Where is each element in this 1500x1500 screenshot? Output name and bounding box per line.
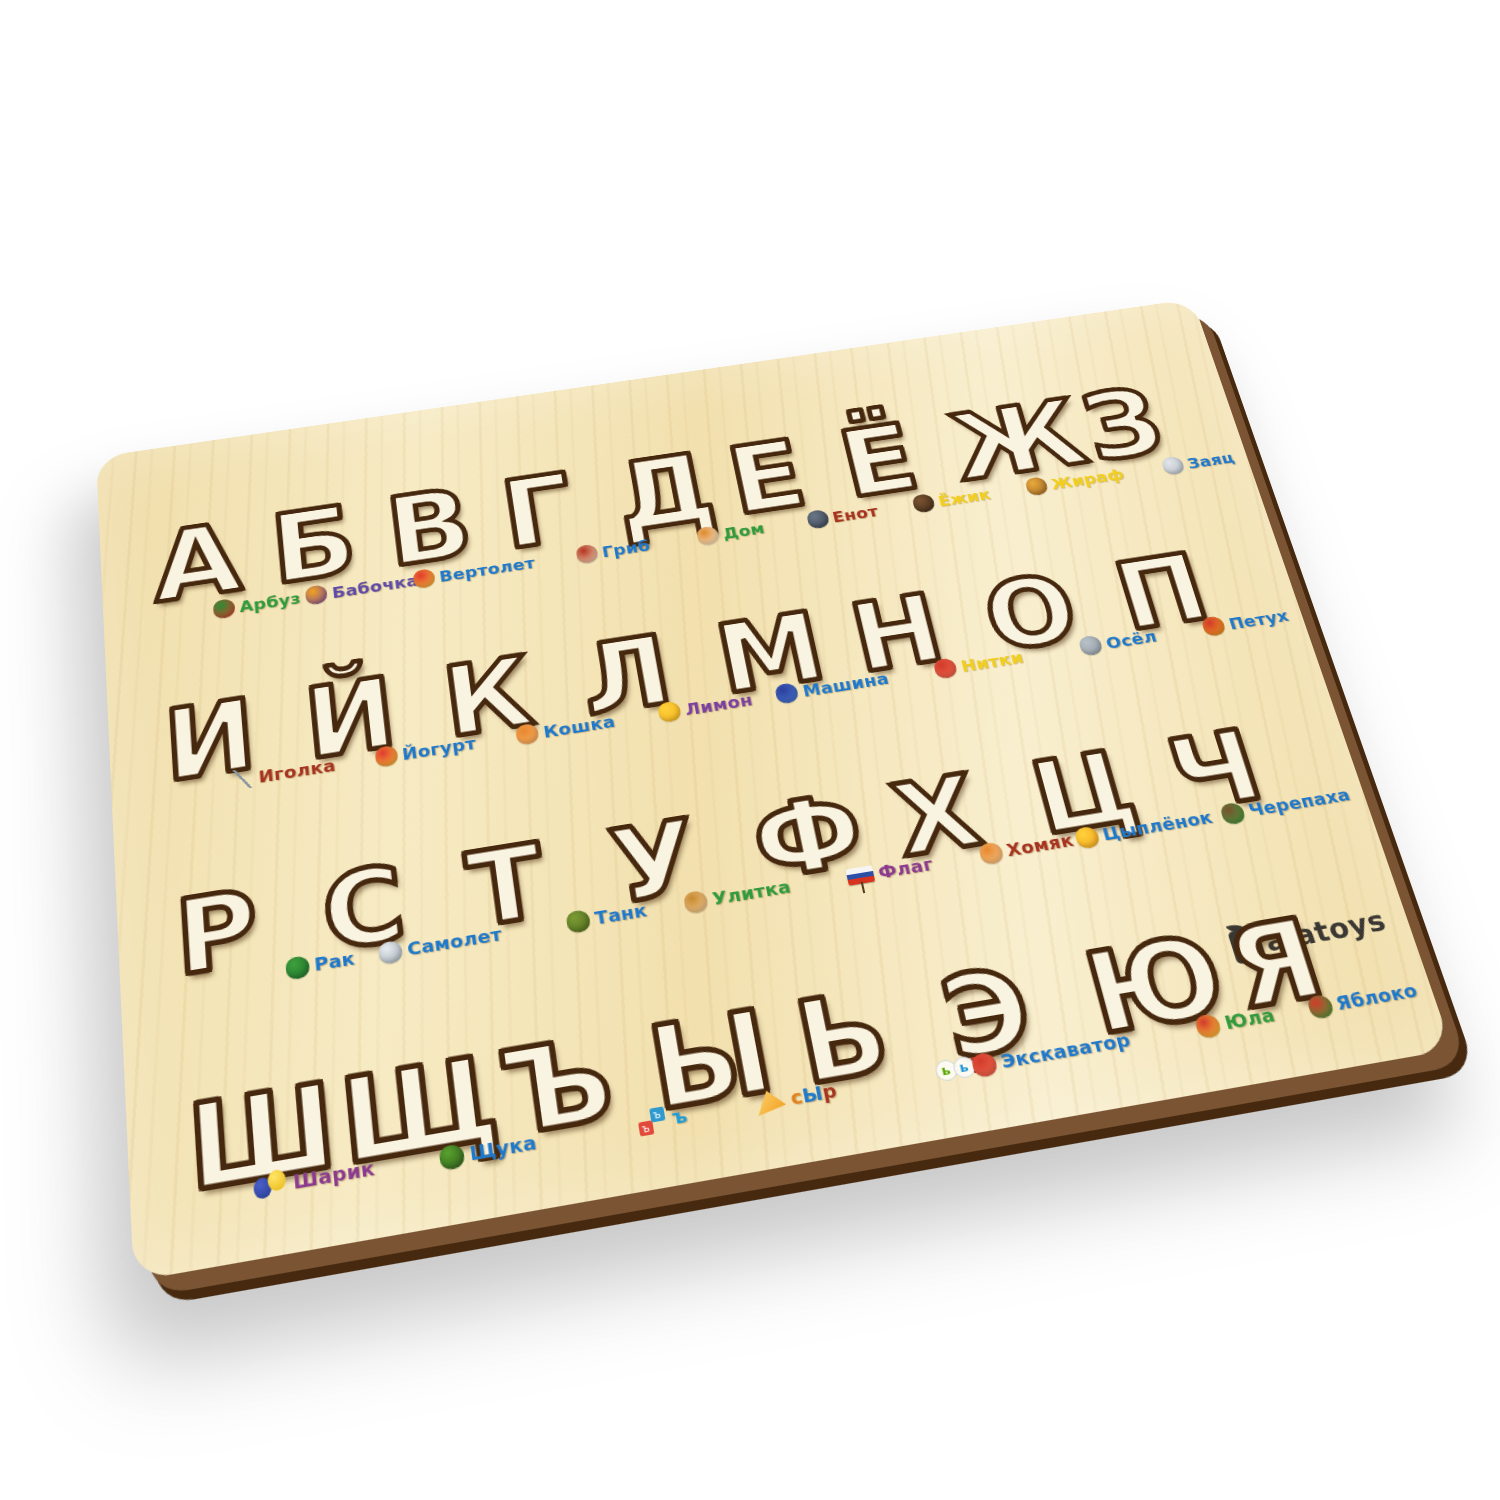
- hare-icon: [1160, 456, 1185, 476]
- hamster-icon: [977, 841, 1004, 865]
- label-Х: Хомяк: [977, 829, 1076, 865]
- word-Н: Нитки: [959, 648, 1026, 676]
- label-Н: Нитки: [933, 647, 1026, 680]
- car-icon: [775, 682, 800, 704]
- balloons-icon: [252, 1168, 289, 1203]
- crayfish-icon: [285, 955, 310, 981]
- helicopter-icon: [412, 568, 435, 589]
- label-З: Заяц: [1160, 448, 1236, 476]
- word-Е: Енот: [831, 502, 880, 525]
- letter-slot-Т[interactable]: ТТанк: [450, 758, 616, 942]
- donkey-icon: [1078, 635, 1104, 657]
- airplane-icon: [378, 939, 403, 964]
- letter-slot-В[interactable]: ВВертолет: [373, 427, 506, 580]
- raccoon-icon: [805, 509, 830, 530]
- butterfly-icon: [305, 584, 328, 605]
- label-Р: Рак: [285, 947, 356, 980]
- letter-cutout-Р[interactable]: Р: [173, 880, 261, 988]
- watermelon-icon: [213, 598, 236, 620]
- label-Г: Гриб: [575, 536, 652, 565]
- letter-cutout-Ь[interactable]: Ь: [789, 980, 897, 1096]
- word-Й: Йогурт: [401, 733, 477, 763]
- word-П: Петух: [1226, 606, 1291, 633]
- letter-slot-С[interactable]: ССамолет: [308, 780, 471, 966]
- word-Ё: Ёжик: [936, 485, 992, 509]
- word-А: Арбуз: [239, 589, 302, 616]
- letter-slot-А[interactable]: ААрбуз: [145, 460, 272, 615]
- mushroom-icon: [575, 544, 599, 565]
- excavator-icon: [970, 1052, 999, 1079]
- letter-slot-К[interactable]: ККошка: [427, 582, 585, 750]
- letter-cutout-Е[interactable]: Е: [721, 431, 812, 525]
- house-icon: [696, 525, 720, 546]
- letter-cutout-П[interactable]: П: [1107, 545, 1217, 640]
- word-Я: Яблоко: [1333, 980, 1420, 1015]
- word-Ф: Флаг: [876, 853, 935, 882]
- letter-cutout-Ъ[interactable]: Ъ: [495, 1026, 619, 1149]
- word-И: Иголка: [258, 755, 337, 786]
- board-face: A alatoys ААрбузББабочкаВВертолетГГрибДД…: [96, 299, 1452, 1281]
- letter-cutout-О[interactable]: О: [976, 565, 1086, 661]
- letter-slot-Й[interactable]: ЙЙогурт: [292, 602, 447, 772]
- word-Х: Хомяк: [1004, 830, 1075, 861]
- label-Е: Енот: [805, 501, 879, 529]
- letter-cutout-Х[interactable]: Х: [886, 765, 989, 868]
- letter-cutout-Т[interactable]: Т: [463, 834, 550, 939]
- tank-icon: [565, 909, 591, 934]
- giraffe-icon: [1024, 476, 1049, 496]
- product-photo-scene: A alatoys ААрбузББабочкаВВертолетГГрибДД…: [0, 0, 1500, 1500]
- lemon-icon: [657, 701, 682, 724]
- label-Т: Танк: [565, 899, 648, 933]
- yogurt-icon: [374, 745, 398, 768]
- snail-icon: [683, 889, 709, 914]
- word-Т: Танк: [593, 900, 648, 929]
- letter-cutout-Г[interactable]: Г: [496, 465, 579, 560]
- chick-icon: [1073, 825, 1101, 849]
- letter-slot-Ъ[interactable]: Ъъ: [481, 949, 655, 1151]
- rooster-icon: [1201, 616, 1228, 638]
- hedgehog-icon: [911, 493, 936, 513]
- label-П: Петух: [1201, 606, 1291, 638]
- word-З: Заяц: [1185, 448, 1237, 471]
- needle-icon: [230, 768, 254, 791]
- flag-icon: [845, 865, 875, 885]
- letter-slot-И[interactable]: ИИголка: [154, 623, 305, 795]
- word-Л: Лимон: [683, 690, 754, 719]
- word-У: Улитка: [711, 876, 793, 909]
- letter-cutout-Ё[interactable]: Ё: [832, 415, 925, 508]
- puzzle-board: A alatoys ААрбузББабочкаВВертолетГГрибДД…: [96, 299, 1452, 1281]
- letter-slot-Б[interactable]: ББабочка: [259, 443, 389, 597]
- puzzle-board-surface: A alatoys ААрбузББабочкаВВертолетГГрибДД…: [96, 299, 1452, 1281]
- thread-spool-icon: [933, 658, 959, 680]
- letter-slot-Ш[interactable]: ШШарик: [176, 1000, 342, 1207]
- word-Г: Гриб: [601, 536, 652, 560]
- letter-blocks-icon: [636, 1106, 669, 1137]
- word-С: Самолет: [406, 924, 503, 960]
- word-Д: Дом: [721, 519, 766, 542]
- label-О: Осёл: [1078, 626, 1159, 657]
- turtle-icon: [1219, 801, 1247, 825]
- cat-icon: [515, 723, 540, 746]
- pike-icon: [439, 1143, 466, 1171]
- cheese-icon: [754, 1088, 787, 1116]
- letter-slot-Щ[interactable]: ЩЩука: [325, 974, 504, 1180]
- letter-slot-Р[interactable]: РРак: [165, 802, 324, 990]
- spinning-top-icon: [1194, 1013, 1223, 1039]
- word-К: Кошка: [542, 711, 616, 741]
